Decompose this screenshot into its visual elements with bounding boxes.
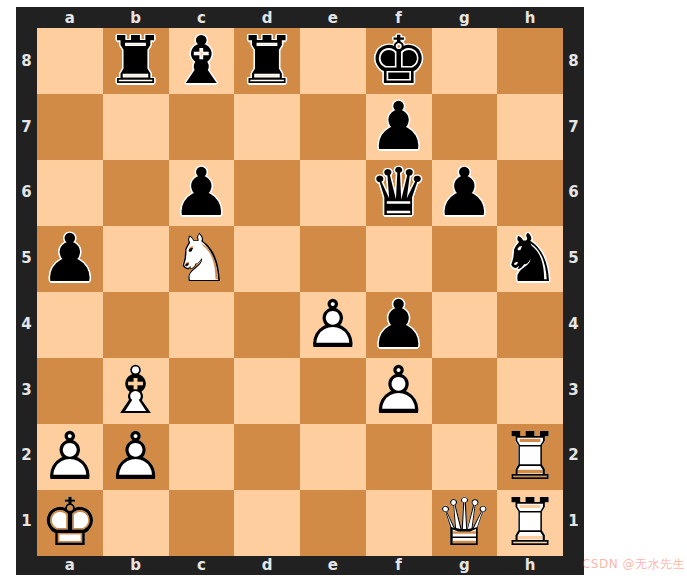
black-knight-icon: ♞ bbox=[501, 226, 560, 292]
coord-label-5: 5 bbox=[16, 225, 37, 291]
square-c3[interactable] bbox=[169, 358, 235, 424]
coord-label-4: 4 bbox=[16, 291, 37, 357]
square-g6[interactable]: ♟ bbox=[432, 160, 498, 226]
square-h7[interactable] bbox=[497, 94, 563, 160]
square-e6[interactable] bbox=[300, 160, 366, 226]
page: abcdefgh abcdefgh 87654321 87654321 ♜♝♜♚… bbox=[0, 0, 687, 583]
square-a8[interactable] bbox=[37, 28, 103, 94]
square-h1[interactable]: ♜♖ bbox=[497, 490, 563, 556]
coord-label-2: 2 bbox=[16, 423, 37, 489]
coord-label-b: b bbox=[103, 554, 169, 575]
square-g3[interactable] bbox=[432, 358, 498, 424]
coord-label-c: c bbox=[169, 554, 235, 575]
square-c6[interactable]: ♟ bbox=[169, 160, 235, 226]
coord-label-6: 6 bbox=[563, 160, 584, 226]
square-a2[interactable]: ♟♙ bbox=[37, 424, 103, 490]
white-queen-icon: ♛♕ bbox=[435, 490, 494, 556]
square-g2[interactable] bbox=[432, 424, 498, 490]
square-d5[interactable] bbox=[234, 226, 300, 292]
square-a5[interactable]: ♟ bbox=[37, 226, 103, 292]
coord-label-6: 6 bbox=[16, 160, 37, 226]
square-g5[interactable] bbox=[432, 226, 498, 292]
square-a7[interactable] bbox=[37, 94, 103, 160]
square-h6[interactable] bbox=[497, 160, 563, 226]
square-b7[interactable] bbox=[103, 94, 169, 160]
coord-label-8: 8 bbox=[16, 28, 37, 94]
square-d4[interactable] bbox=[234, 292, 300, 358]
coord-label-d: d bbox=[234, 554, 300, 575]
coord-label-5: 5 bbox=[563, 225, 584, 291]
square-f1[interactable] bbox=[366, 490, 432, 556]
square-a3[interactable] bbox=[37, 358, 103, 424]
chess-board-squares: ♜♝♜♚♟♟♛♟♟♞♘♞♟♙♟♝♗♟♙♟♙♟♙♜♖♚♔♛♕♜♖ bbox=[37, 28, 563, 554]
rank-labels-left: 87654321 bbox=[16, 28, 37, 554]
white-pawn-icon: ♟♙ bbox=[106, 424, 165, 490]
rank-labels-right: 87654321 bbox=[563, 28, 584, 554]
square-g1[interactable]: ♛♕ bbox=[432, 490, 498, 556]
square-f8[interactable]: ♚ bbox=[366, 28, 432, 94]
white-bishop-icon: ♝♗ bbox=[106, 358, 165, 424]
square-e1[interactable] bbox=[300, 490, 366, 556]
square-h3[interactable] bbox=[497, 358, 563, 424]
square-c1[interactable] bbox=[169, 490, 235, 556]
square-d7[interactable] bbox=[234, 94, 300, 160]
square-a6[interactable] bbox=[37, 160, 103, 226]
square-b8[interactable]: ♜ bbox=[103, 28, 169, 94]
square-f6[interactable]: ♛ bbox=[366, 160, 432, 226]
white-pawn-icon: ♟♙ bbox=[303, 292, 362, 358]
square-d8[interactable]: ♜ bbox=[234, 28, 300, 94]
white-rook-icon: ♜♖ bbox=[501, 490, 560, 556]
square-b3[interactable]: ♝♗ bbox=[103, 358, 169, 424]
square-d1[interactable] bbox=[234, 490, 300, 556]
black-rook-icon: ♜ bbox=[106, 28, 165, 94]
square-b6[interactable] bbox=[103, 160, 169, 226]
black-pawn-icon: ♟ bbox=[369, 292, 428, 358]
coord-label-a: a bbox=[37, 7, 103, 28]
white-king-icon: ♚♔ bbox=[40, 490, 99, 556]
square-f3[interactable]: ♟♙ bbox=[366, 358, 432, 424]
square-h4[interactable] bbox=[497, 292, 563, 358]
white-rook-icon: ♜♖ bbox=[501, 424, 560, 490]
square-c4[interactable] bbox=[169, 292, 235, 358]
coord-label-f: f bbox=[366, 554, 432, 575]
coord-label-4: 4 bbox=[563, 291, 584, 357]
square-g4[interactable] bbox=[432, 292, 498, 358]
coord-label-e: e bbox=[300, 7, 366, 28]
white-knight-icon: ♞♘ bbox=[172, 226, 231, 292]
square-b5[interactable] bbox=[103, 226, 169, 292]
coord-label-g: g bbox=[432, 7, 498, 28]
black-rook-icon: ♜ bbox=[238, 28, 297, 94]
square-a1[interactable]: ♚♔ bbox=[37, 490, 103, 556]
square-c5[interactable]: ♞♘ bbox=[169, 226, 235, 292]
coord-label-3: 3 bbox=[563, 357, 584, 423]
square-a4[interactable] bbox=[37, 292, 103, 358]
coord-label-2: 2 bbox=[563, 423, 584, 489]
square-b4[interactable] bbox=[103, 292, 169, 358]
black-bishop-icon: ♝ bbox=[172, 28, 231, 94]
coord-label-3: 3 bbox=[16, 357, 37, 423]
chess-board: abcdefgh abcdefgh 87654321 87654321 ♜♝♜♚… bbox=[16, 7, 584, 575]
square-e4[interactable]: ♟♙ bbox=[300, 292, 366, 358]
square-d6[interactable] bbox=[234, 160, 300, 226]
square-d3[interactable] bbox=[234, 358, 300, 424]
square-f7[interactable]: ♟ bbox=[366, 94, 432, 160]
square-e3[interactable] bbox=[300, 358, 366, 424]
square-f5[interactable] bbox=[366, 226, 432, 292]
square-f2[interactable] bbox=[366, 424, 432, 490]
coord-label-e: e bbox=[300, 554, 366, 575]
square-h5[interactable]: ♞ bbox=[497, 226, 563, 292]
square-b2[interactable]: ♟♙ bbox=[103, 424, 169, 490]
white-pawn-icon: ♟♙ bbox=[40, 424, 99, 490]
coord-label-1: 1 bbox=[16, 488, 37, 554]
coord-label-7: 7 bbox=[16, 94, 37, 160]
coord-label-1: 1 bbox=[563, 488, 584, 554]
coord-label-8: 8 bbox=[563, 28, 584, 94]
square-e7[interactable] bbox=[300, 94, 366, 160]
square-e8[interactable] bbox=[300, 28, 366, 94]
black-queen-icon: ♛ bbox=[369, 160, 428, 226]
coord-label-7: 7 bbox=[563, 94, 584, 160]
square-d2[interactable] bbox=[234, 424, 300, 490]
square-f4[interactable]: ♟ bbox=[366, 292, 432, 358]
black-king-icon: ♚ bbox=[369, 28, 428, 94]
square-g7[interactable] bbox=[432, 94, 498, 160]
square-h2[interactable]: ♜♖ bbox=[497, 424, 563, 490]
coord-label-h: h bbox=[497, 7, 563, 28]
square-b1[interactable] bbox=[103, 490, 169, 556]
square-c8[interactable]: ♝ bbox=[169, 28, 235, 94]
square-g8[interactable] bbox=[432, 28, 498, 94]
watermark-text: CSDN @无水先生 bbox=[582, 557, 685, 571]
black-pawn-icon: ♟ bbox=[172, 160, 231, 226]
black-pawn-icon: ♟ bbox=[40, 226, 99, 292]
black-pawn-icon: ♟ bbox=[435, 160, 494, 226]
square-c7[interactable] bbox=[169, 94, 235, 160]
square-e2[interactable] bbox=[300, 424, 366, 490]
black-pawn-icon: ♟ bbox=[369, 94, 428, 160]
square-c2[interactable] bbox=[169, 424, 235, 490]
white-pawn-icon: ♟♙ bbox=[369, 358, 428, 424]
square-e5[interactable] bbox=[300, 226, 366, 292]
square-h8[interactable] bbox=[497, 28, 563, 94]
